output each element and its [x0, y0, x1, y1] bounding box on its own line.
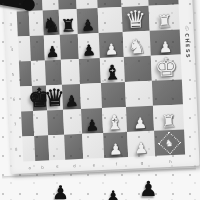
coordinate-label: a	[23, 162, 35, 173]
photo-of-chessboard: ♞♜♟♛♜♟♟♟♞♟♝♚♚♛♟♟♝♟♜♟♟♞ 12345678 abcdefgh…	[0, 0, 200, 200]
square-r7c8: ♜	[153, 104, 184, 130]
square-r7c6: ♝	[102, 107, 127, 133]
coordinate-label: 6	[8, 87, 20, 112]
chessboard: ♞♜♟♛♜♟♟♟♞♟♝♚♚♛♟♟♝♟♜♟♟♞ 12345678 abcdefgh…	[0, 0, 199, 174]
white-pawn: ♟	[109, 142, 123, 158]
square-r3c7: ♛	[122, 6, 150, 32]
square-r8c5	[82, 133, 104, 159]
square-r7c1	[21, 111, 34, 136]
square-r3c3: ♞	[43, 10, 60, 36]
white-queen: ♛	[124, 7, 147, 32]
square-r4c7: ♞	[123, 31, 151, 57]
black-rook: ♜	[60, 17, 76, 35]
white-rook: ♜	[156, 13, 172, 31]
square-r3c5: ♟	[77, 8, 99, 34]
square-r4c1	[18, 36, 31, 61]
coordinate-label: f	[104, 158, 128, 169]
brand-text: CHESS	[184, 33, 191, 59]
square-r6c6	[101, 82, 126, 108]
coordinate-label: b	[35, 161, 49, 172]
captured-black-pawn: ♟	[139, 179, 158, 200]
white-bishop: ♝	[105, 112, 124, 133]
coordinate-label: 8	[10, 137, 22, 162]
captured-black-pawn: ♟	[52, 183, 69, 200]
square-r8c2	[34, 135, 49, 161]
square-r5c7	[124, 56, 152, 82]
black-pawn: ♟	[82, 43, 96, 59]
coordinate-label: 5	[7, 62, 19, 87]
square-r4c2	[30, 35, 45, 61]
white-pawn: ♟	[134, 141, 148, 157]
square-r5c5	[79, 58, 101, 84]
white-pawn: ♟	[133, 116, 147, 132]
square-r4c3: ♟	[44, 35, 61, 61]
square-r4c6: ♟	[99, 32, 124, 58]
white-knight: ♞	[127, 36, 146, 57]
square-r7c7: ♟	[126, 106, 154, 132]
square-r6c8	[152, 79, 183, 105]
white-pawn: ♟	[104, 42, 118, 58]
square-r3c1	[17, 11, 30, 36]
square-r6c4: ♟	[62, 84, 81, 110]
coordinate-label: d	[65, 160, 83, 171]
coordinate-label: h	[155, 155, 185, 166]
square-r3c6	[98, 7, 123, 33]
brand-knight-icon: ♘	[183, 24, 190, 31]
square-r7c5: ♟	[81, 108, 103, 134]
square-r7c4	[63, 109, 82, 135]
square-r8c8: ♞	[154, 129, 185, 155]
coordinate-label: e	[83, 159, 104, 170]
black-pawn: ♟	[81, 18, 95, 34]
coordinate-label: 4	[6, 37, 18, 62]
square-r7c3	[47, 110, 64, 136]
black-knight: ♞	[42, 15, 61, 36]
black-bishop: ♝	[103, 62, 122, 83]
black-pawn: ♟	[85, 118, 99, 134]
square-r8c7: ♟	[127, 131, 155, 157]
board-grid: ♞♜♟♛♜♟♟♟♞♟♝♚♚♛♟♟♝♟♜♟♟♞	[15, 0, 186, 161]
square-r6c7	[125, 81, 153, 107]
coordinate-label: 3	[5, 12, 17, 37]
square-r6c5	[80, 83, 102, 109]
square-r8c6: ♟	[103, 132, 128, 158]
square-r3c8: ♜	[149, 5, 180, 31]
square-r8c4	[64, 134, 83, 160]
coordinate-label: 7	[9, 112, 21, 137]
square-r8c3	[48, 135, 65, 161]
square-r4c5: ♟	[78, 33, 100, 59]
black-pawn: ♟	[45, 45, 59, 61]
coordinate-label: g	[128, 157, 155, 168]
white-rook: ♜	[161, 113, 177, 131]
square-r8c1	[22, 136, 35, 161]
square-r7c2	[33, 110, 48, 136]
square-r3c4: ♜	[59, 9, 78, 35]
captured-black-pawn: ♟	[106, 189, 120, 200]
coordinate-label: c	[49, 161, 65, 172]
square-r5c6: ♝	[100, 57, 125, 83]
square-r5c8: ♚	[151, 54, 182, 80]
square-r4c4	[60, 34, 79, 60]
white-king: ♚	[154, 54, 178, 81]
board-corner-knight-logo-icon: ♞	[158, 132, 181, 155]
square-r6c3: ♛	[46, 85, 63, 111]
black-pawn: ♟	[65, 94, 79, 110]
square-r5c4	[61, 59, 80, 85]
board-brand: ♘ CHESS	[180, 24, 196, 96]
